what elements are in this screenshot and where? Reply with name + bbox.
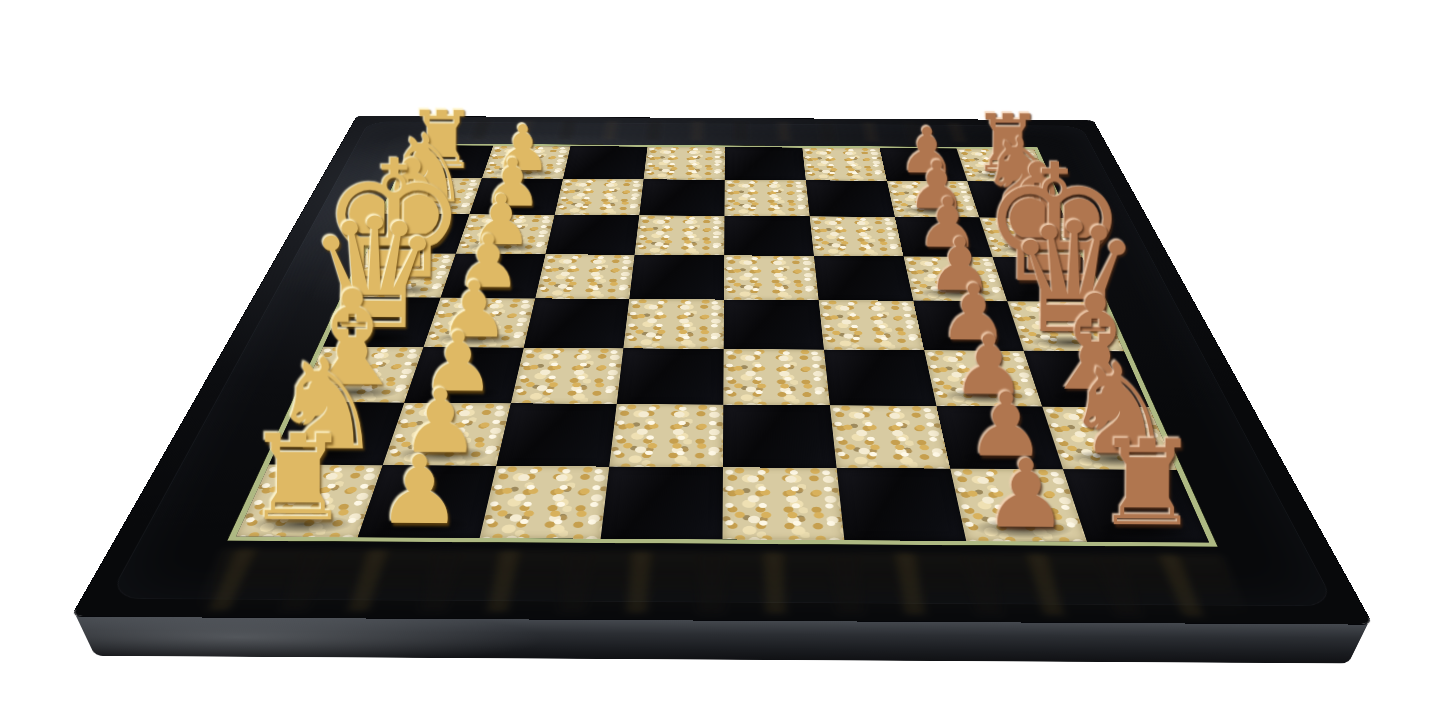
- square-g3[interactable]: [554, 179, 643, 215]
- square-c3[interactable]: [511, 348, 624, 404]
- square-f3[interactable]: [545, 215, 639, 255]
- square-g4[interactable]: [639, 179, 724, 215]
- square-b4[interactable]: [609, 404, 723, 468]
- square-h6[interactable]: [802, 148, 886, 181]
- square-b3[interactable]: [496, 403, 617, 467]
- square-f6[interactable]: [810, 216, 904, 256]
- marble-board-slab: ♜♟♟♜♞♟♟♞♝♟♟♝♚♟♟♚♛♟♟♛♝♟♟♝♞♟♟♞♜♟♟♜: [72, 116, 1372, 624]
- square-a7[interactable]: ♟: [950, 469, 1087, 542]
- square-d3[interactable]: [523, 298, 629, 348]
- square-f4[interactable]: [635, 215, 725, 255]
- square-d4[interactable]: [624, 299, 724, 349]
- square-g5[interactable]: [724, 180, 809, 216]
- square-f5[interactable]: [724, 216, 814, 256]
- square-c6[interactable]: [824, 350, 936, 406]
- square-c4[interactable]: [617, 348, 724, 404]
- square-a2[interactable]: ♟: [358, 465, 496, 538]
- square-b5[interactable]: [723, 404, 836, 468]
- square-d6[interactable]: [818, 300, 923, 350]
- square-e3[interactable]: [535, 254, 635, 299]
- square-g6[interactable]: [806, 180, 895, 216]
- board-side-face: [76, 616, 1368, 664]
- white-rook[interactable]: ♜: [245, 424, 352, 534]
- white-pawn[interactable]: ♟: [377, 447, 462, 535]
- square-d5[interactable]: [724, 300, 824, 350]
- black-pawn[interactable]: ♟: [983, 450, 1068, 538]
- chess-board-3d: ♜♟♟♜♞♟♟♞♝♟♟♝♚♟♟♚♛♟♟♛♝♟♟♝♞♟♟♞♜♟♟♜: [72, 116, 1372, 624]
- square-a3[interactable]: [479, 466, 609, 539]
- photo-scene: ♜♟♟♜♞♟♟♞♝♟♟♝♚♟♟♚♛♟♟♛♝♟♟♝♞♟♟♞♜♟♟♜: [0, 0, 1445, 712]
- square-c5[interactable]: [723, 349, 829, 405]
- square-h5[interactable]: [725, 147, 806, 180]
- square-h3[interactable]: [563, 146, 648, 179]
- board-grid: ♜♟♟♜♞♟♟♞♝♟♟♝♚♟♟♚♛♟♟♛♝♟♟♝♞♟♟♞♜♟♟♜: [236, 145, 1209, 542]
- square-b6[interactable]: [830, 405, 950, 469]
- black-rook[interactable]: ♜: [1094, 429, 1201, 539]
